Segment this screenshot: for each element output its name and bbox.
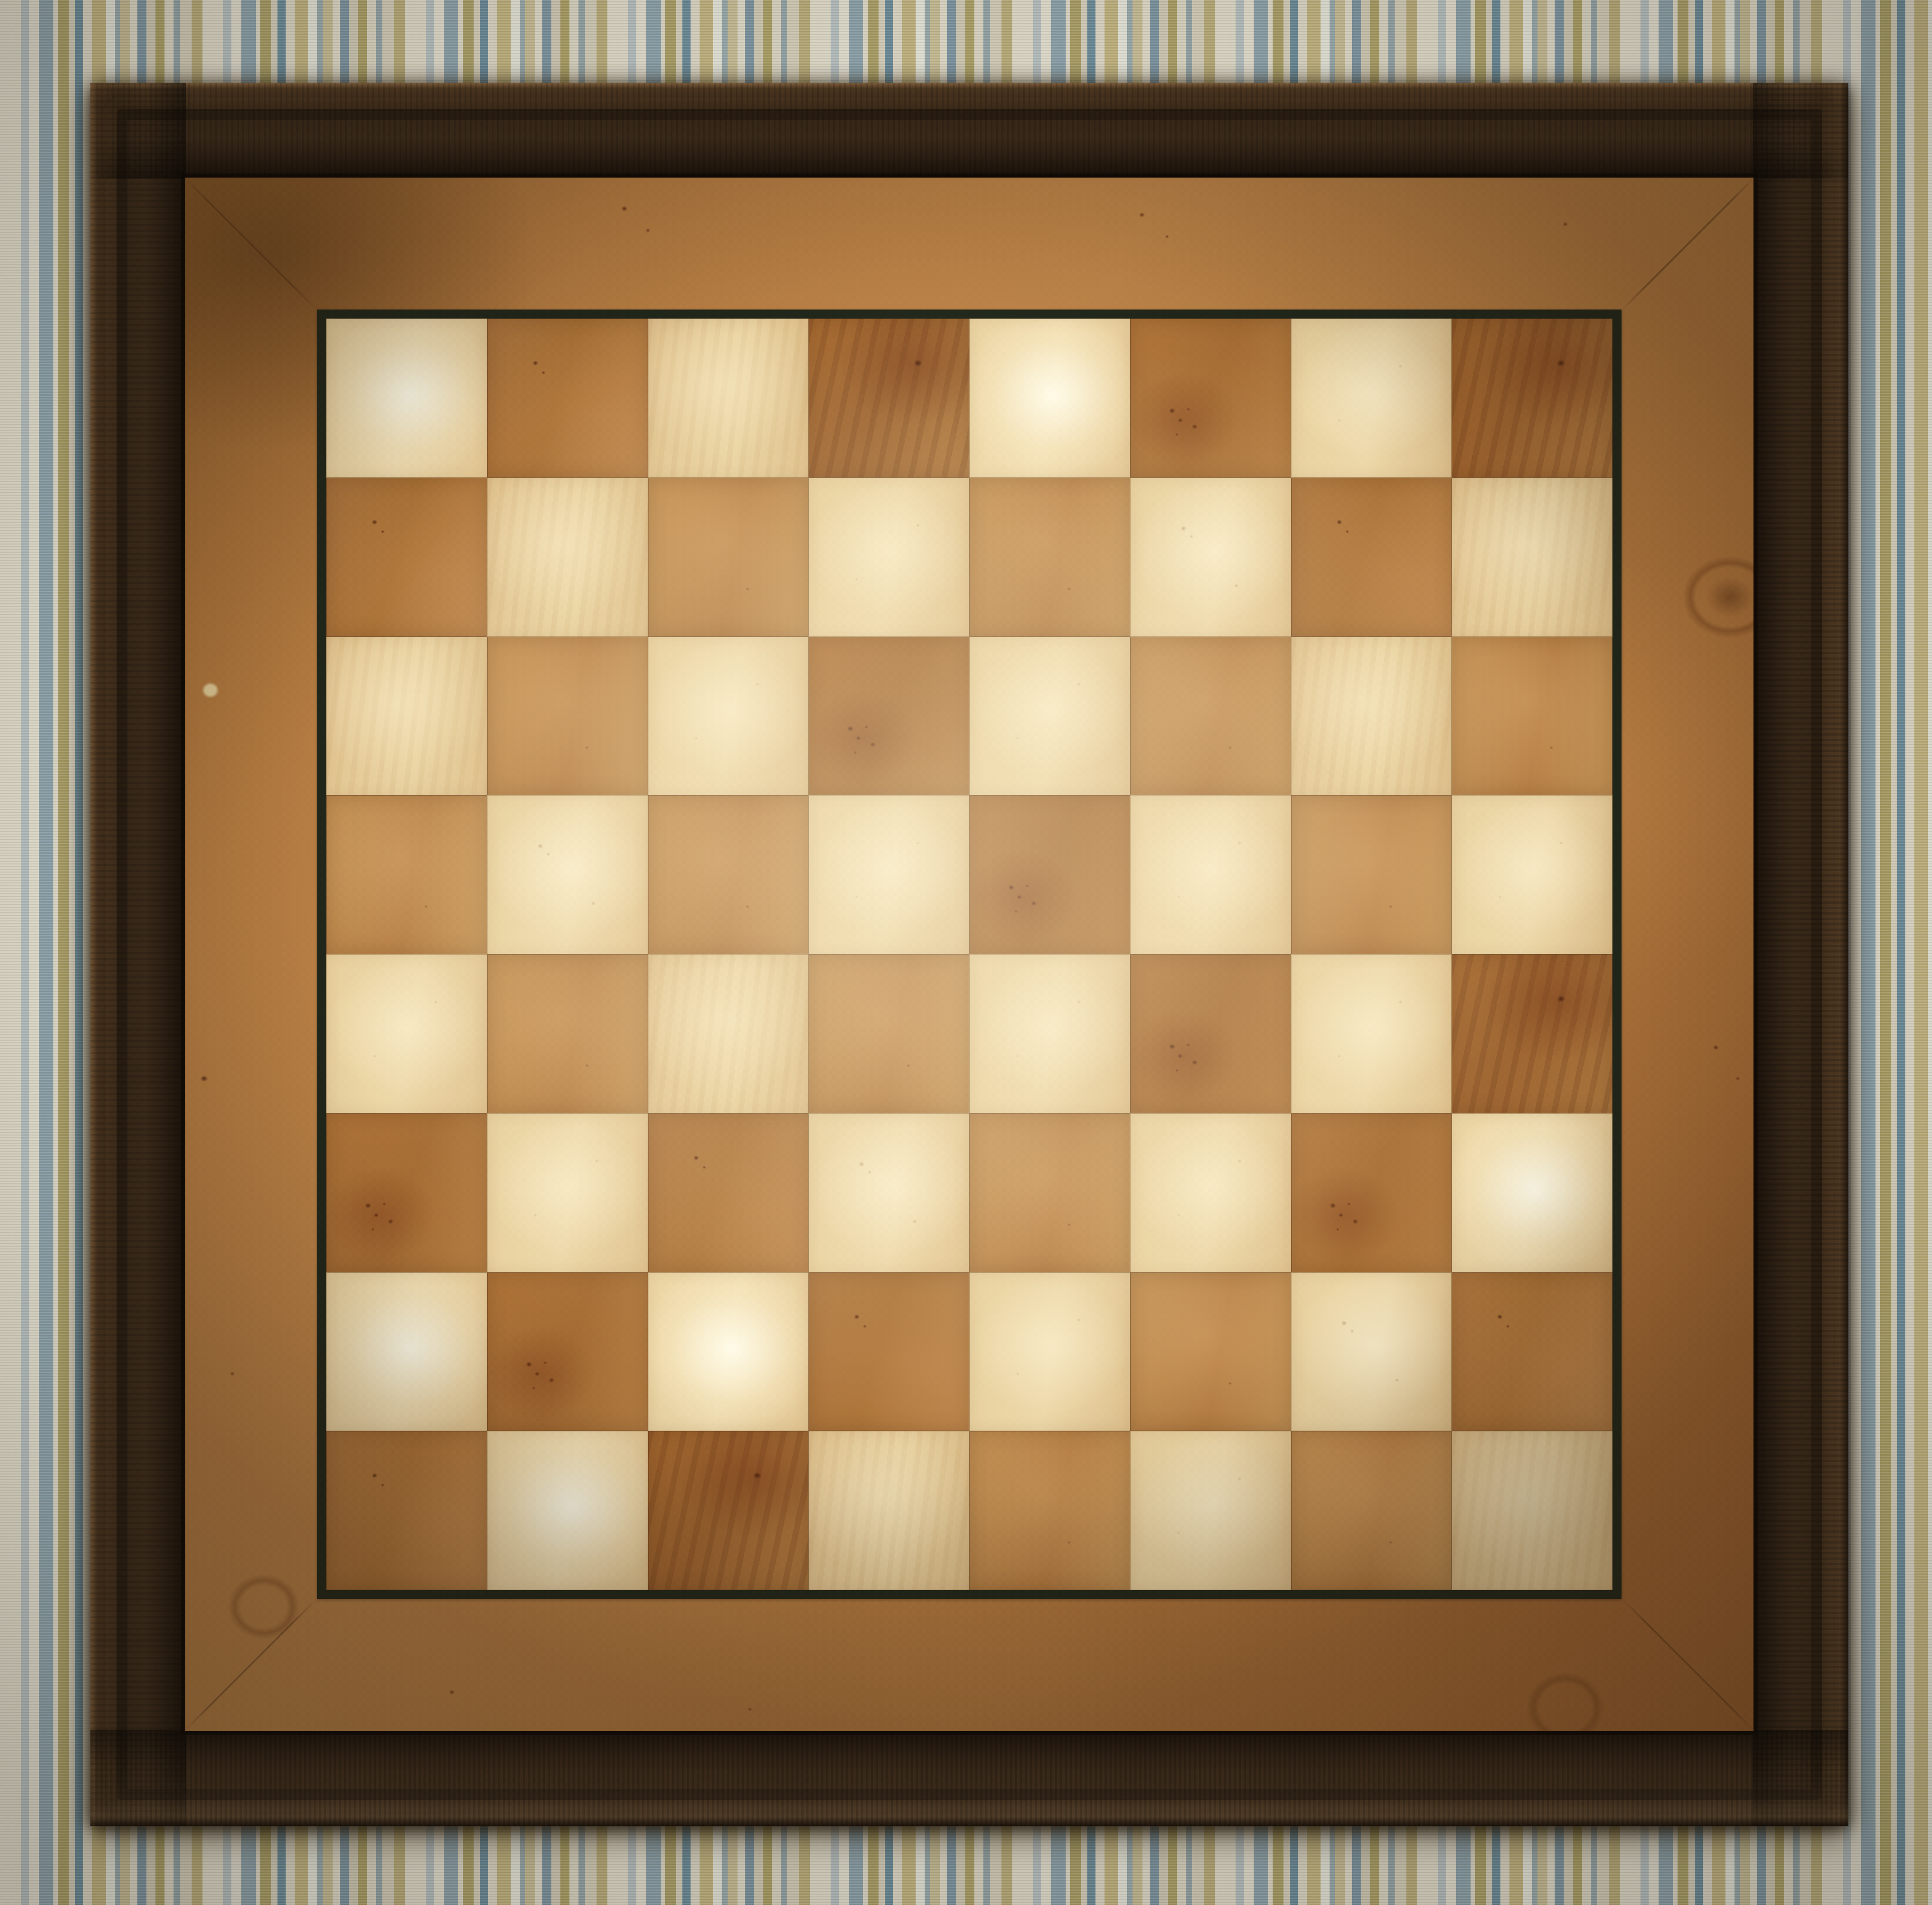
square-h5[interactable]: [1452, 795, 1612, 954]
miter-joint-bottom-left: [184, 1598, 318, 1732]
square-g6[interactable]: [1291, 637, 1452, 796]
square-c3[interactable]: [648, 1113, 809, 1272]
square-h4[interactable]: [1452, 954, 1612, 1113]
square-f3[interactable]: [1130, 1113, 1291, 1272]
square-e6[interactable]: [969, 637, 1130, 796]
square-c5[interactable]: [648, 795, 809, 954]
square-f2[interactable]: [1130, 1272, 1291, 1431]
square-d4[interactable]: [809, 954, 969, 1113]
square-g5[interactable]: [1291, 795, 1452, 954]
square-a8[interactable]: [326, 319, 487, 478]
square-d8[interactable]: [809, 319, 969, 478]
square-b2[interactable]: [487, 1272, 648, 1431]
square-d5[interactable]: [809, 795, 969, 954]
square-c8[interactable]: [648, 319, 809, 478]
miter-joint-top-right: [1622, 177, 1755, 311]
square-a7[interactable]: [326, 478, 487, 637]
square-e7[interactable]: [969, 478, 1130, 637]
square-b8[interactable]: [487, 319, 648, 478]
square-a5[interactable]: [326, 795, 487, 954]
burl-border: [185, 178, 1753, 1731]
square-h3[interactable]: [1452, 1113, 1612, 1272]
miter-joint-bottom-right: [1622, 1598, 1755, 1732]
fabric-background: [0, 0, 1932, 1905]
square-d1[interactable]: [809, 1431, 969, 1590]
square-e4[interactable]: [969, 954, 1130, 1113]
square-b7[interactable]: [487, 478, 648, 637]
frame-molding-bottom: [90, 1730, 1848, 1826]
square-f5[interactable]: [1130, 795, 1291, 954]
square-a3[interactable]: [326, 1113, 487, 1272]
square-c1[interactable]: [648, 1431, 809, 1590]
square-d3[interactable]: [809, 1113, 969, 1272]
square-g2[interactable]: [1291, 1272, 1452, 1431]
square-g1[interactable]: [1291, 1431, 1452, 1590]
square-d2[interactable]: [809, 1272, 969, 1431]
square-h7[interactable]: [1452, 478, 1612, 637]
square-a4[interactable]: [326, 954, 487, 1113]
square-g7[interactable]: [1291, 478, 1452, 637]
square-h6[interactable]: [1452, 637, 1612, 796]
miter-joint-top-left: [184, 177, 318, 311]
frame-molding-left: [90, 83, 186, 1826]
square-a1[interactable]: [326, 1431, 487, 1590]
square-b5[interactable]: [487, 795, 648, 954]
square-f4[interactable]: [1130, 954, 1291, 1113]
square-a6[interactable]: [326, 637, 487, 796]
square-h2[interactable]: [1452, 1272, 1612, 1431]
inlay-border-line: [317, 310, 1622, 1599]
board-frame: [90, 83, 1848, 1826]
square-c6[interactable]: [648, 637, 809, 796]
square-d7[interactable]: [809, 478, 969, 637]
frame-molding-top: [90, 83, 1848, 178]
square-b4[interactable]: [487, 954, 648, 1113]
square-h8[interactable]: [1452, 319, 1612, 478]
square-b3[interactable]: [487, 1113, 648, 1272]
square-a2[interactable]: [326, 1272, 487, 1431]
square-b1[interactable]: [487, 1431, 648, 1590]
square-c2[interactable]: [648, 1272, 809, 1431]
square-e1[interactable]: [969, 1431, 1130, 1590]
square-f8[interactable]: [1130, 319, 1291, 478]
square-b6[interactable]: [487, 637, 648, 796]
square-f7[interactable]: [1130, 478, 1291, 637]
square-e3[interactable]: [969, 1113, 1130, 1272]
square-e8[interactable]: [969, 319, 1130, 478]
square-f6[interactable]: [1130, 637, 1291, 796]
chess-board[interactable]: [326, 319, 1612, 1590]
square-f1[interactable]: [1130, 1431, 1291, 1590]
square-e5[interactable]: [969, 795, 1130, 954]
square-g8[interactable]: [1291, 319, 1452, 478]
square-c4[interactable]: [648, 954, 809, 1113]
square-h1[interactable]: [1452, 1431, 1612, 1590]
square-g4[interactable]: [1291, 954, 1452, 1113]
square-g3[interactable]: [1291, 1113, 1452, 1272]
square-d6[interactable]: [809, 637, 969, 796]
frame-molding-right: [1753, 83, 1848, 1826]
square-e2[interactable]: [969, 1272, 1130, 1431]
square-c7[interactable]: [648, 478, 809, 637]
